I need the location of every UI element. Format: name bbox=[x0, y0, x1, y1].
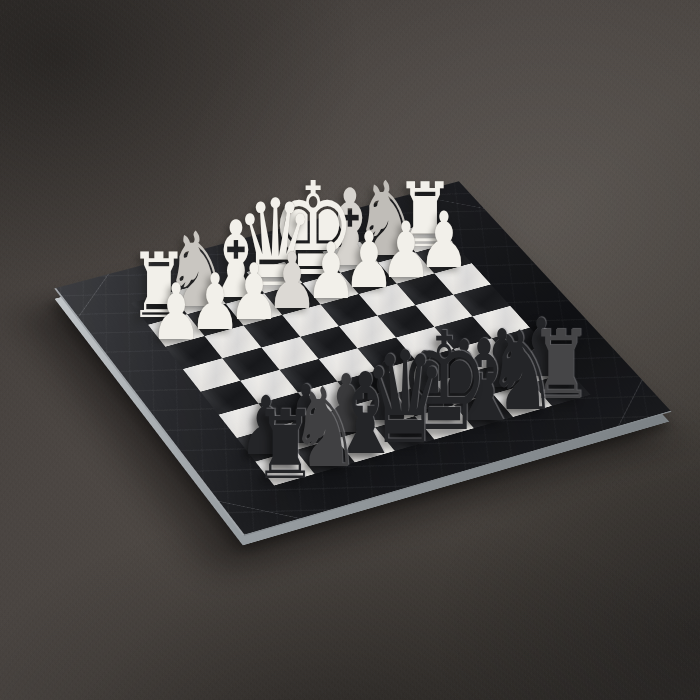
scene: ♜♞♝♛♚♝♞♜♟♟♟♟♟♟♟♟♟♟♟♟♟♟♟♟♜♞♝♛♚♝♞♜ bbox=[0, 0, 700, 700]
piece-wP[interactable]: ♟ bbox=[150, 274, 202, 352]
chess-board: ♜♞♝♛♚♝♞♜♟♟♟♟♟♟♟♟♟♟♟♟♟♟♟♟♜♞♝♛♚♝♞♜ bbox=[0, 0, 700, 700]
piece-bR[interactable]: ♜ bbox=[254, 398, 317, 493]
pieces-layer: ♜♞♝♛♚♝♞♜♟♟♟♟♟♟♟♟♟♟♟♟♟♟♟♟♜♞♝♛♚♝♞♜ bbox=[0, 0, 700, 700]
